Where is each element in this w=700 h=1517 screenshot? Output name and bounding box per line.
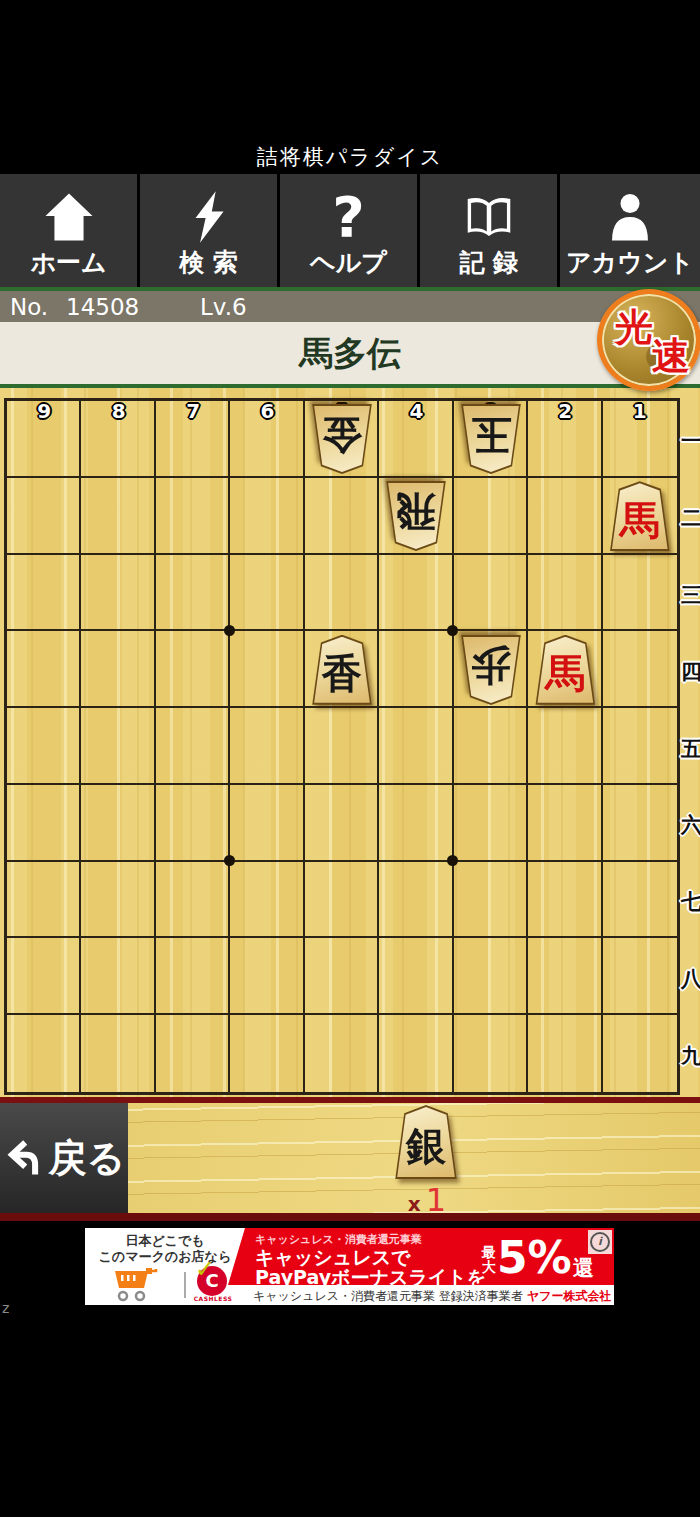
board-cell[interactable] bbox=[528, 478, 602, 555]
badge-char-top: 光 bbox=[615, 302, 653, 353]
home-icon bbox=[41, 186, 97, 248]
rank-label: 一 bbox=[681, 427, 700, 455]
ad-info-button[interactable]: i bbox=[588, 1230, 612, 1254]
piece-stand: 戻る 銀 x 1 bbox=[0, 1103, 700, 1213]
shogi-piece-飛[interactable]: 飛 bbox=[385, 481, 447, 551]
board-cell[interactable] bbox=[156, 555, 230, 632]
board-cell[interactable] bbox=[379, 631, 453, 708]
board-cell[interactable] bbox=[603, 708, 677, 785]
board-cell[interactable] bbox=[603, 862, 677, 939]
board-cell[interactable] bbox=[454, 938, 528, 1015]
ad-company-text: ヤフー株式会社 bbox=[527, 1288, 612, 1305]
rank-label: 六 bbox=[681, 811, 700, 839]
nav-records-label: 記 録 bbox=[459, 248, 518, 278]
board-cell[interactable] bbox=[81, 1015, 155, 1092]
ad-max-label: 最大 bbox=[481, 1245, 497, 1275]
board-cell[interactable] bbox=[305, 1015, 379, 1092]
info-bar: No. 14508 Lv.6 bbox=[0, 291, 700, 322]
board-cell[interactable] bbox=[156, 938, 230, 1015]
shogi-board: 金玉飛馬香歩馬 bbox=[4, 398, 680, 1095]
board-cell[interactable] bbox=[379, 708, 453, 785]
board-cell[interactable] bbox=[454, 785, 528, 862]
board-cell[interactable] bbox=[454, 708, 528, 785]
problem-title: 馬多伝 bbox=[0, 322, 700, 384]
speed-medal-badge: 光 速 bbox=[597, 289, 700, 391]
lightning-icon bbox=[181, 186, 237, 248]
board-cell[interactable] bbox=[528, 862, 602, 939]
board-cell[interactable] bbox=[81, 785, 155, 862]
nav-home-label: ホーム bbox=[30, 248, 106, 278]
board-cell[interactable] bbox=[379, 1015, 453, 1092]
board-cell[interactable] bbox=[230, 862, 304, 939]
board-cell[interactable] bbox=[156, 708, 230, 785]
board-cell[interactable] bbox=[230, 785, 304, 862]
board-cell[interactable] bbox=[7, 631, 81, 708]
board-cell[interactable] bbox=[81, 478, 155, 555]
board-cell[interactable] bbox=[454, 478, 528, 555]
board-cell[interactable] bbox=[7, 555, 81, 632]
board-cell[interactable] bbox=[156, 862, 230, 939]
board-cell[interactable] bbox=[81, 708, 155, 785]
app-title: 詰将棋パラダイス bbox=[0, 143, 700, 171]
book-icon bbox=[459, 186, 519, 248]
board-cell[interactable] bbox=[528, 1015, 602, 1092]
ad-banner[interactable]: 日本どこでも このマークのお店なら C ✓ CASHLESS キャッシュレス・消… bbox=[85, 1228, 614, 1305]
nav-search-button[interactable]: 検 索 bbox=[140, 174, 277, 287]
file-label: 6 bbox=[253, 399, 283, 423]
board-cell[interactable] bbox=[528, 785, 602, 862]
board-cell[interactable] bbox=[305, 938, 379, 1015]
nav-account-label: アカウント bbox=[566, 248, 694, 278]
cashless-check-icon: ✓ bbox=[195, 1254, 215, 1284]
board-cell[interactable] bbox=[603, 785, 677, 862]
file-label: 1 bbox=[625, 399, 655, 423]
rank-label: 三 bbox=[681, 581, 700, 609]
board-cell[interactable] bbox=[379, 862, 453, 939]
board-cell[interactable] bbox=[454, 555, 528, 632]
board-cell[interactable] bbox=[603, 631, 677, 708]
nav-search-label: 検 索 bbox=[179, 248, 238, 278]
board-cell[interactable] bbox=[603, 555, 677, 632]
board-cell[interactable] bbox=[230, 708, 304, 785]
rank-label: 九 bbox=[681, 1042, 700, 1070]
nav-account-button[interactable]: アカウント bbox=[560, 174, 700, 287]
board-cell[interactable] bbox=[7, 478, 81, 555]
board-cell[interactable] bbox=[454, 1015, 528, 1092]
watermark: z bbox=[2, 1300, 9, 1316]
board-cell[interactable] bbox=[603, 1015, 677, 1092]
nav-help-label: ヘルプ bbox=[310, 248, 387, 278]
rank-label: 二 bbox=[681, 504, 700, 532]
file-label: 7 bbox=[178, 399, 208, 423]
board-cell[interactable] bbox=[528, 938, 602, 1015]
rank-label: 七 bbox=[681, 888, 700, 916]
board-cell[interactable] bbox=[81, 862, 155, 939]
rank-label: 四 bbox=[681, 658, 700, 686]
shogi-piece-香[interactable]: 香 bbox=[311, 635, 373, 705]
question-icon: ? bbox=[332, 186, 364, 248]
ad-footer-text: キャッシュレス・消費者還元事業 登録決済事業者 bbox=[253, 1288, 523, 1305]
nav-bar: ホーム 検 索 ? ヘルプ 記 録 アカウント bbox=[0, 174, 700, 287]
rank-label: 八 bbox=[681, 965, 700, 993]
shogi-piece-金[interactable]: 金 bbox=[311, 404, 373, 474]
board-cell[interactable] bbox=[230, 938, 304, 1015]
board-cell[interactable] bbox=[379, 938, 453, 1015]
undo-arrow-icon bbox=[3, 1136, 43, 1180]
nav-home-button[interactable]: ホーム bbox=[0, 174, 137, 287]
board-cell[interactable] bbox=[7, 938, 81, 1015]
back-button-label: 戻る bbox=[49, 1133, 126, 1184]
board-cell[interactable] bbox=[379, 785, 453, 862]
hand-piece-slot: 銀 bbox=[394, 1105, 458, 1179]
info-icon: i bbox=[590, 1232, 610, 1252]
file-label: 8 bbox=[104, 399, 134, 423]
shogi-piece-馬[interactable]: 馬 bbox=[609, 481, 671, 551]
problem-number-label: No. bbox=[10, 294, 48, 320]
file-label: 2 bbox=[550, 399, 580, 423]
shogi-board-area: 金玉飛馬香歩馬 987654321 一二三四五六七八九 bbox=[0, 388, 700, 1097]
board-cell[interactable] bbox=[156, 785, 230, 862]
person-icon bbox=[602, 186, 658, 248]
file-label: 4 bbox=[401, 399, 431, 423]
board-cell[interactable] bbox=[379, 555, 453, 632]
board-cell[interactable] bbox=[305, 708, 379, 785]
shogi-piece-銀[interactable]: 銀 bbox=[394, 1105, 458, 1179]
board-cell[interactable] bbox=[230, 555, 304, 632]
cashless-logo: C ✓ bbox=[197, 1266, 227, 1296]
nav-help-button[interactable]: ? ヘルプ bbox=[280, 174, 417, 287]
nav-records-button[interactable]: 記 録 bbox=[420, 174, 557, 287]
board-cell[interactable] bbox=[156, 631, 230, 708]
board-cell[interactable] bbox=[305, 862, 379, 939]
hoshi-dot bbox=[447, 625, 458, 636]
badge-char-bottom: 速 bbox=[652, 331, 690, 382]
problem-title-bar: 馬多伝 bbox=[0, 322, 700, 384]
board-cell[interactable] bbox=[305, 555, 379, 632]
level-badge: Lv.6 bbox=[200, 294, 247, 320]
board-cell[interactable] bbox=[528, 555, 602, 632]
board-cell[interactable] bbox=[230, 478, 304, 555]
board-cell[interactable] bbox=[156, 1015, 230, 1092]
board-cell[interactable] bbox=[230, 1015, 304, 1092]
shogi-piece-玉[interactable]: 玉 bbox=[460, 404, 522, 474]
problem-number-value: 14508 bbox=[66, 294, 139, 320]
board-cell[interactable] bbox=[156, 478, 230, 555]
board-cell[interactable] bbox=[454, 862, 528, 939]
back-button[interactable]: 戻る bbox=[0, 1103, 128, 1213]
cart-icon bbox=[111, 1268, 163, 1305]
cashless-text: CASHLESS bbox=[193, 1295, 233, 1302]
rank-label: 五 bbox=[681, 735, 700, 763]
shogi-piece-歩[interactable]: 歩 bbox=[460, 635, 522, 705]
board-cell[interactable] bbox=[528, 708, 602, 785]
board-cell[interactable] bbox=[230, 631, 304, 708]
board-cell[interactable] bbox=[81, 631, 155, 708]
shogi-piece-馬[interactable]: 馬 bbox=[534, 635, 596, 705]
board-cell[interactable] bbox=[7, 1015, 81, 1092]
board-cell[interactable] bbox=[305, 478, 379, 555]
board-cell[interactable] bbox=[305, 785, 379, 862]
board-cell[interactable] bbox=[7, 785, 81, 862]
ad-percent: 5% bbox=[497, 1232, 572, 1283]
hoshi-dot bbox=[224, 625, 235, 636]
board-cell[interactable] bbox=[81, 555, 155, 632]
hoshi-dot bbox=[224, 855, 235, 866]
board-cell[interactable] bbox=[7, 708, 81, 785]
stand-bottom-trim bbox=[0, 1213, 700, 1221]
board-cell[interactable] bbox=[7, 862, 81, 939]
file-label: 9 bbox=[29, 399, 59, 423]
ad-divider bbox=[184, 1272, 186, 1298]
ad-left-text-2: このマークのお店なら bbox=[85, 1248, 245, 1266]
board-cell[interactable] bbox=[603, 938, 677, 1015]
board-cell[interactable] bbox=[81, 938, 155, 1015]
